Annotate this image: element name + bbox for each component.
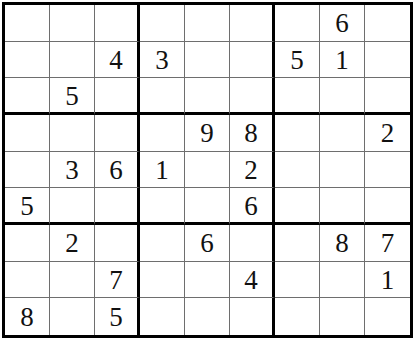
- cell-r2c1[interactable]: [5, 42, 50, 79]
- cell-r9c2[interactable]: [50, 298, 95, 335]
- cell-r2c9[interactable]: [365, 42, 410, 79]
- cell-r3c2[interactable]: 5: [50, 78, 95, 115]
- cell-r6c2[interactable]: [50, 188, 95, 225]
- cell-r6c1[interactable]: 5: [5, 188, 50, 225]
- given-digit: 1: [155, 155, 169, 184]
- cell-r7c9[interactable]: 7: [365, 225, 410, 262]
- cell-r7c7[interactable]: [275, 225, 320, 262]
- cell-r6c6[interactable]: 6: [230, 188, 275, 225]
- cell-r5c4[interactable]: 1: [140, 152, 185, 189]
- cell-r4c6[interactable]: 8: [230, 115, 275, 152]
- cell-r7c6[interactable]: [230, 225, 275, 262]
- cell-r7c3[interactable]: [95, 225, 140, 262]
- given-digit: 2: [65, 228, 79, 257]
- cell-r7c5[interactable]: 6: [185, 225, 230, 262]
- given-digit: 1: [335, 45, 349, 74]
- cell-r5c3[interactable]: 6: [95, 152, 140, 189]
- cell-r1c5[interactable]: [185, 5, 230, 42]
- cell-r3c9[interactable]: [365, 78, 410, 115]
- cell-r8c9[interactable]: 1: [365, 262, 410, 299]
- cell-r2c2[interactable]: [50, 42, 95, 79]
- cell-r4c5[interactable]: 9: [185, 115, 230, 152]
- cell-r9c7[interactable]: [275, 298, 320, 335]
- cell-r1c7[interactable]: [275, 5, 320, 42]
- cell-r7c1[interactable]: [5, 225, 50, 262]
- cell-r9c1[interactable]: 8: [5, 298, 50, 335]
- cell-r2c8[interactable]: 1: [320, 42, 365, 79]
- given-digit: 5: [20, 191, 34, 220]
- given-digit: 6: [109, 155, 123, 184]
- given-digit: 6: [335, 8, 349, 37]
- given-digit: 9: [200, 118, 214, 147]
- cell-r5c5[interactable]: [185, 152, 230, 189]
- cell-r8c8[interactable]: [320, 262, 365, 299]
- cell-r4c1[interactable]: [5, 115, 50, 152]
- cell-r8c5[interactable]: [185, 262, 230, 299]
- given-digit: 7: [109, 265, 123, 294]
- cell-r5c6[interactable]: 2: [230, 152, 275, 189]
- cell-r8c4[interactable]: [140, 262, 185, 299]
- cell-r7c2[interactable]: 2: [50, 225, 95, 262]
- cell-r4c9[interactable]: 2: [365, 115, 410, 152]
- cell-r2c6[interactable]: [230, 42, 275, 79]
- cell-r3c8[interactable]: [320, 78, 365, 115]
- cell-r3c4[interactable]: [140, 78, 185, 115]
- given-digit: 6: [244, 191, 258, 220]
- given-digit: 1: [381, 265, 395, 294]
- cell-r9c4[interactable]: [140, 298, 185, 335]
- cell-r1c3[interactable]: [95, 5, 140, 42]
- cell-r9c8[interactable]: [320, 298, 365, 335]
- cell-r1c1[interactable]: [5, 5, 50, 42]
- sudoku-page: 643515982361256268774185: [0, 0, 415, 340]
- given-digit: 7: [381, 228, 395, 257]
- cell-r4c3[interactable]: [95, 115, 140, 152]
- cell-r8c1[interactable]: [5, 262, 50, 299]
- cell-r3c5[interactable]: [185, 78, 230, 115]
- cell-r6c4[interactable]: [140, 188, 185, 225]
- given-digit: 2: [381, 118, 395, 147]
- given-digit: 6: [200, 228, 214, 257]
- given-digit: 3: [155, 45, 169, 74]
- cell-r5c2[interactable]: 3: [50, 152, 95, 189]
- given-digit: 4: [109, 45, 123, 74]
- cell-r9c5[interactable]: [185, 298, 230, 335]
- given-digit: 5: [65, 81, 79, 110]
- cell-r8c3[interactable]: 7: [95, 262, 140, 299]
- given-digit: 8: [244, 118, 258, 147]
- given-digit: 8: [20, 302, 34, 331]
- cell-r8c2[interactable]: [50, 262, 95, 299]
- cell-r7c8[interactable]: 8: [320, 225, 365, 262]
- cell-r1c4[interactable]: [140, 5, 185, 42]
- cell-r4c7[interactable]: [275, 115, 320, 152]
- cell-r6c5[interactable]: [185, 188, 230, 225]
- given-digit: 4: [244, 265, 258, 294]
- cell-r9c6[interactable]: [230, 298, 275, 335]
- cell-r2c5[interactable]: [185, 42, 230, 79]
- cell-r1c6[interactable]: [230, 5, 275, 42]
- cell-r5c9[interactable]: [365, 152, 410, 189]
- given-digit: 5: [290, 45, 304, 74]
- cell-r5c1[interactable]: [5, 152, 50, 189]
- cell-r2c4[interactable]: 3: [140, 42, 185, 79]
- given-digit: 3: [65, 155, 79, 184]
- cell-r4c2[interactable]: [50, 115, 95, 152]
- cell-r6c3[interactable]: [95, 188, 140, 225]
- cell-r1c8[interactable]: 6: [320, 5, 365, 42]
- cell-r9c9[interactable]: [365, 298, 410, 335]
- cell-r6c8[interactable]: [320, 188, 365, 225]
- given-digit: 2: [244, 155, 258, 184]
- cell-r1c9[interactable]: [365, 5, 410, 42]
- given-digit: 8: [335, 228, 349, 257]
- cell-r2c3[interactable]: 4: [95, 42, 140, 79]
- cell-r4c4[interactable]: [140, 115, 185, 152]
- cell-r6c9[interactable]: [365, 188, 410, 225]
- cell-r3c7[interactable]: [275, 78, 320, 115]
- cell-r8c6[interactable]: 4: [230, 262, 275, 299]
- cell-r6c7[interactable]: [275, 188, 320, 225]
- sudoku-board: 643515982361256268774185: [2, 2, 413, 338]
- cell-r5c7[interactable]: [275, 152, 320, 189]
- cell-r7c4[interactable]: [140, 225, 185, 262]
- given-digit: 5: [109, 302, 123, 331]
- cell-r2c7[interactable]: 5: [275, 42, 320, 79]
- cell-r4c8[interactable]: [320, 115, 365, 152]
- cell-r5c8[interactable]: [320, 152, 365, 189]
- cell-r3c6[interactable]: [230, 78, 275, 115]
- cell-r3c3[interactable]: [95, 78, 140, 115]
- cell-r9c3[interactable]: 5: [95, 298, 140, 335]
- cell-r3c1[interactable]: [5, 78, 50, 115]
- cell-r8c7[interactable]: [275, 262, 320, 299]
- cell-r1c2[interactable]: [50, 5, 95, 42]
